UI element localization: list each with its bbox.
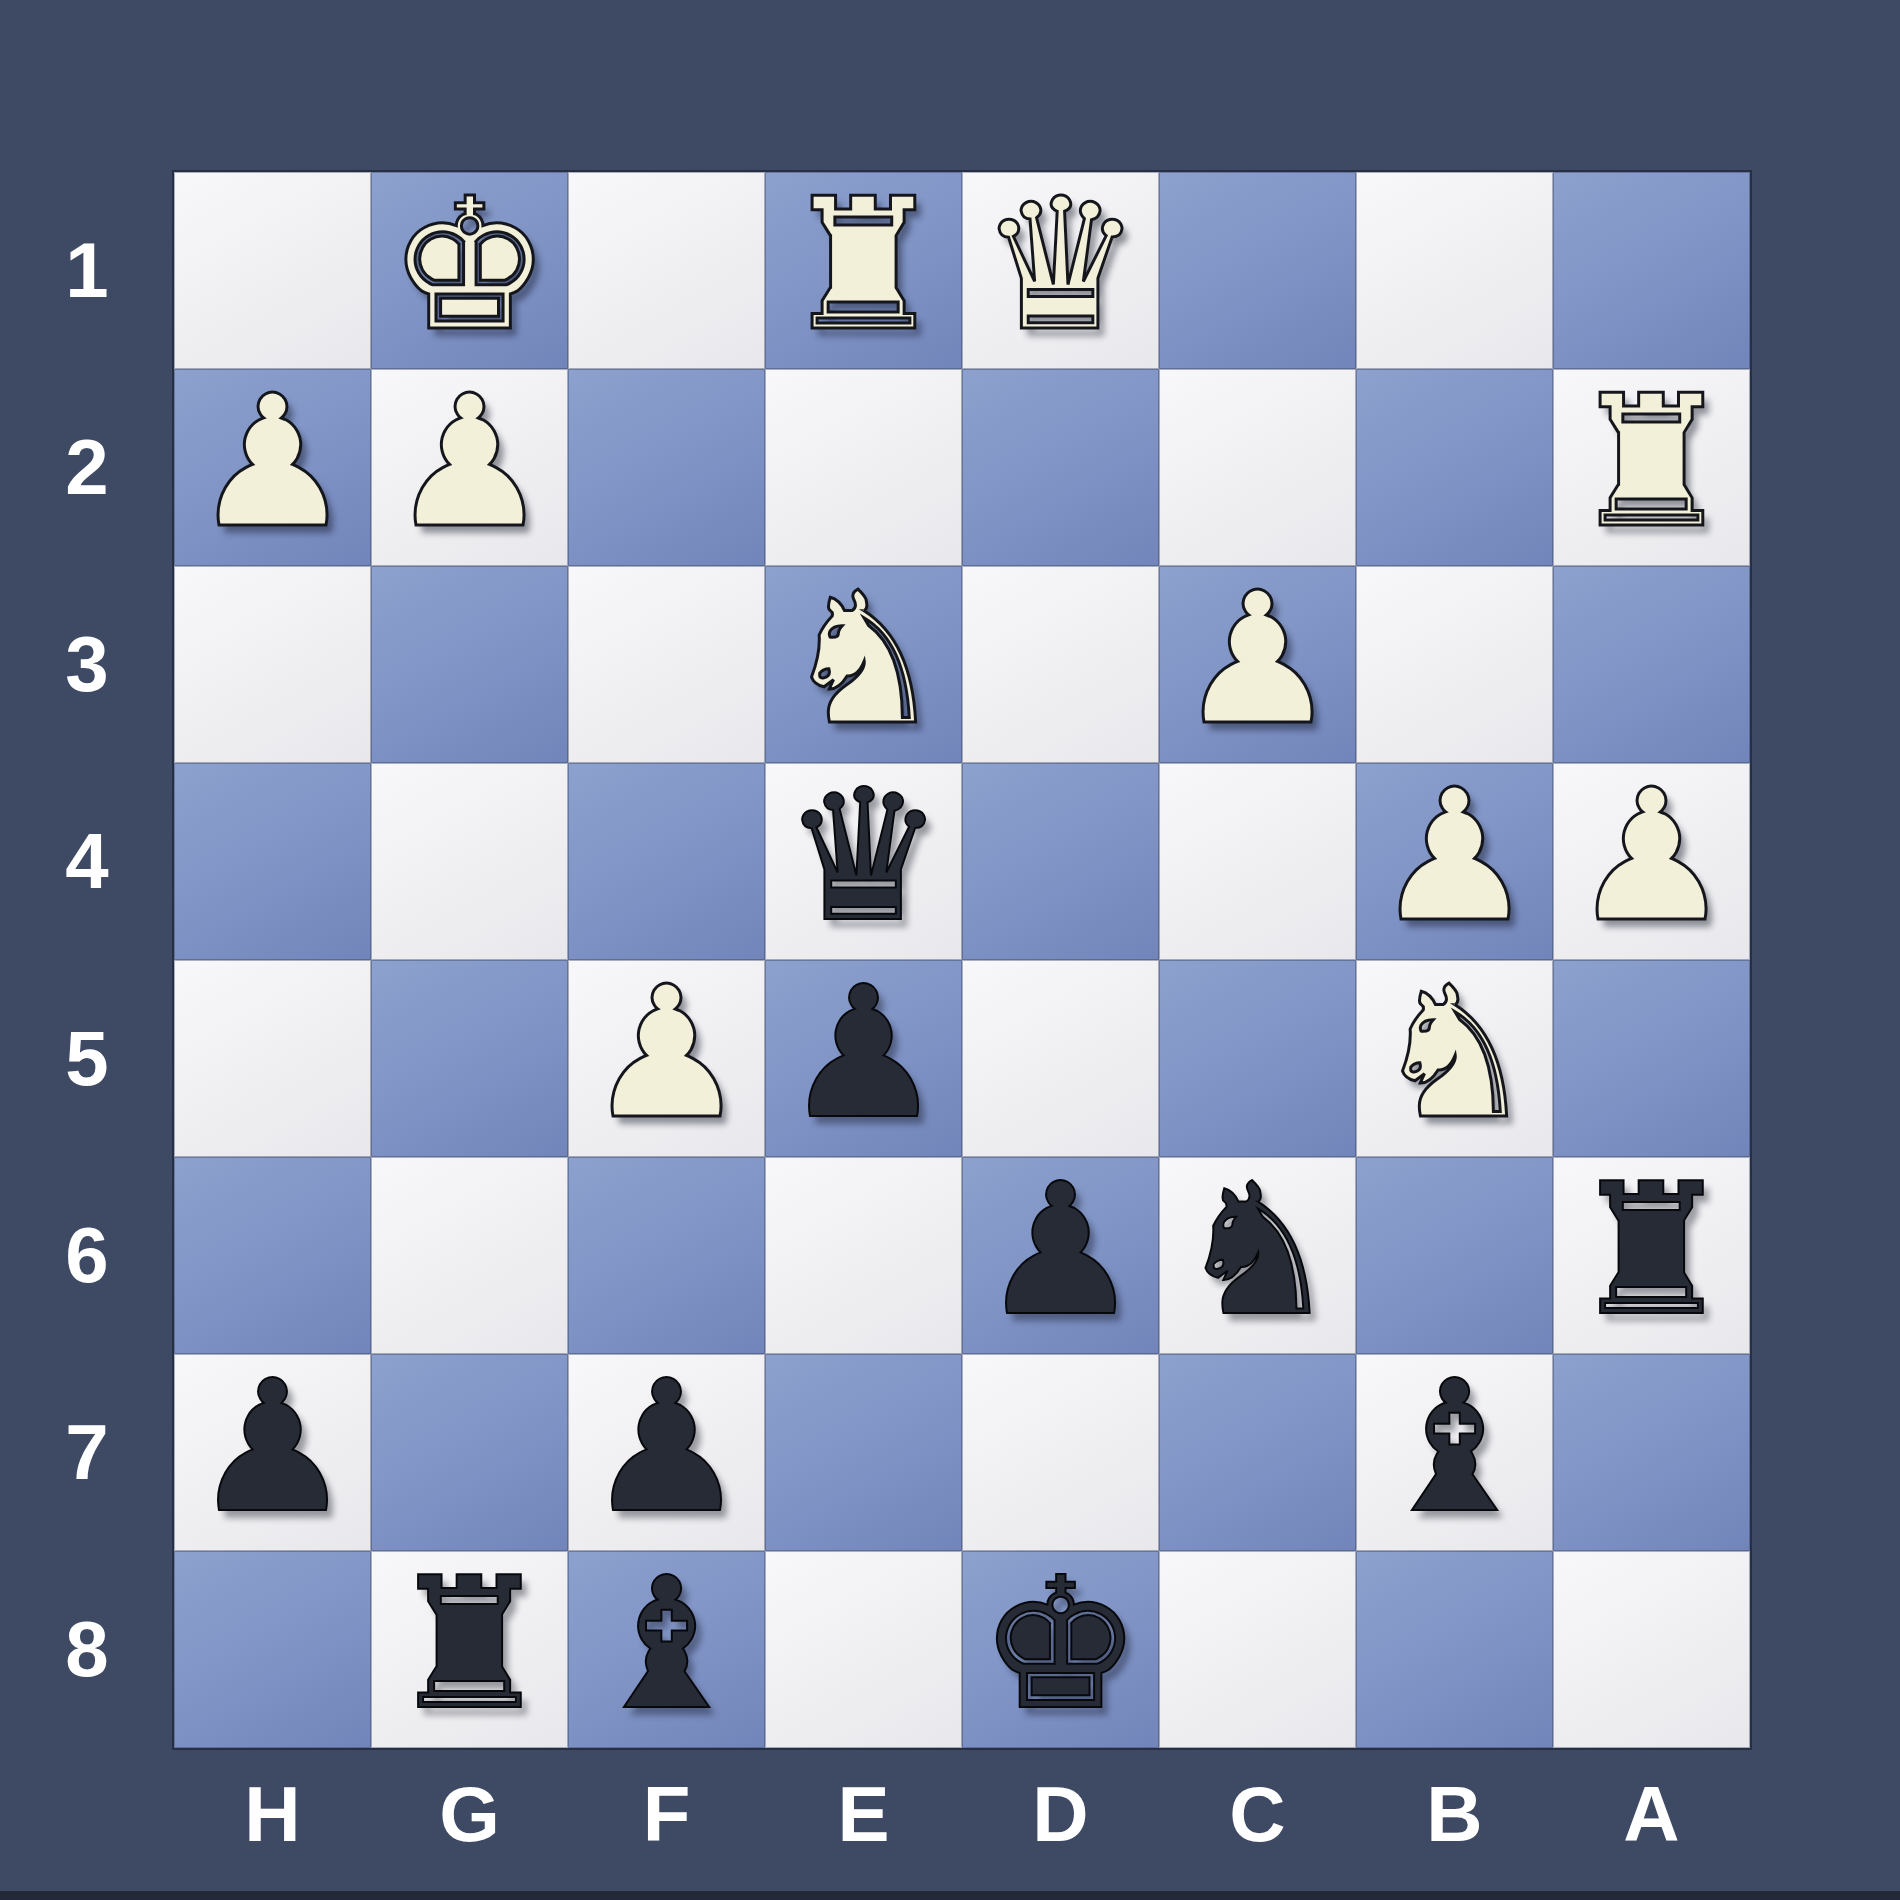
board-square-c5[interactable]	[1159, 960, 1356, 1157]
board-square-f2[interactable]	[568, 369, 765, 566]
file-label-f: F	[568, 1748, 765, 1880]
board-square-a5[interactable]	[1553, 960, 1750, 1157]
piece-white-pawn[interactable]: ♟	[388, 371, 551, 553]
board-square-b3[interactable]	[1356, 566, 1553, 763]
rank-label-6: 6	[0, 1157, 174, 1354]
board-square-a1[interactable]	[1553, 172, 1750, 369]
board-square-e3[interactable]: ♞	[765, 566, 962, 763]
board-square-h2[interactable]: ♟	[174, 369, 371, 566]
board-square-e6[interactable]	[765, 1157, 962, 1354]
file-label-g: G	[371, 1748, 568, 1880]
board-square-a2[interactable]: ♜	[1553, 369, 1750, 566]
rank-label-1: 1	[0, 172, 174, 369]
piece-white-pawn[interactable]: ♟	[1570, 765, 1733, 947]
piece-white-queen[interactable]: ♛	[979, 174, 1142, 356]
board-square-d7[interactable]	[962, 1354, 1159, 1551]
board-square-c2[interactable]	[1159, 369, 1356, 566]
board-square-b6[interactable]	[1356, 1157, 1553, 1354]
board-square-g7[interactable]	[371, 1354, 568, 1551]
piece-white-rook[interactable]: ♜	[1570, 371, 1733, 553]
rank-label-7: 7	[0, 1354, 174, 1551]
board-square-b5[interactable]: ♞	[1356, 960, 1553, 1157]
piece-white-pawn[interactable]: ♟	[585, 962, 748, 1144]
board-square-h7[interactable]: ♟	[174, 1354, 371, 1551]
file-label-h: H	[174, 1748, 371, 1880]
board-square-c8[interactable]	[1159, 1551, 1356, 1748]
piece-black-king[interactable]: ♚	[979, 1553, 1142, 1735]
piece-black-rook[interactable]: ♜	[1570, 1159, 1733, 1341]
piece-white-rook[interactable]: ♜	[782, 174, 945, 356]
rank-label-4: 4	[0, 763, 174, 960]
board-square-b8[interactable]	[1356, 1551, 1553, 1748]
board-square-h4[interactable]	[174, 763, 371, 960]
board-square-a8[interactable]	[1553, 1551, 1750, 1748]
piece-white-pawn[interactable]: ♟	[1373, 765, 1536, 947]
piece-black-bishop[interactable]: ♝	[1373, 1356, 1536, 1538]
board-square-c3[interactable]: ♟	[1159, 566, 1356, 763]
board-square-b1[interactable]	[1356, 172, 1553, 369]
board-square-d1[interactable]: ♛	[962, 172, 1159, 369]
board-square-g1[interactable]: ♚	[371, 172, 568, 369]
board-square-f8[interactable]: ♝	[568, 1551, 765, 1748]
board-square-b7[interactable]: ♝	[1356, 1354, 1553, 1551]
file-label-c: C	[1159, 1748, 1356, 1880]
bottom-edge-strip	[0, 1891, 1900, 1900]
piece-black-rook[interactable]: ♜	[388, 1553, 551, 1735]
board-square-e8[interactable]	[765, 1551, 962, 1748]
file-label-e: E	[765, 1748, 962, 1880]
board-square-c6[interactable]: ♞	[1159, 1157, 1356, 1354]
piece-black-bishop[interactable]: ♝	[585, 1553, 748, 1735]
chess-board[interactable]: ♚♜♛♟♟♜♞♟♛♟♟♟♟♞♟♞♜♟♟♝♜♝♚	[174, 172, 1750, 1748]
board-square-h3[interactable]	[174, 566, 371, 763]
board-square-f7[interactable]: ♟	[568, 1354, 765, 1551]
file-label-b: B	[1356, 1748, 1553, 1880]
board-square-h6[interactable]	[174, 1157, 371, 1354]
rank-labels: 12345678	[0, 172, 174, 1748]
piece-black-pawn[interactable]: ♟	[979, 1159, 1142, 1341]
board-square-a4[interactable]: ♟	[1553, 763, 1750, 960]
board-square-g4[interactable]	[371, 763, 568, 960]
board-square-h8[interactable]	[174, 1551, 371, 1748]
board-square-b2[interactable]	[1356, 369, 1553, 566]
board-square-h1[interactable]	[174, 172, 371, 369]
board-square-e7[interactable]	[765, 1354, 962, 1551]
board-square-e2[interactable]	[765, 369, 962, 566]
piece-black-knight[interactable]: ♞	[1176, 1159, 1339, 1341]
board-square-a6[interactable]: ♜	[1553, 1157, 1750, 1354]
board-square-g2[interactable]: ♟	[371, 369, 568, 566]
board-square-d4[interactable]	[962, 763, 1159, 960]
board-square-c7[interactable]	[1159, 1354, 1356, 1551]
piece-white-knight[interactable]: ♞	[782, 568, 945, 750]
board-square-e1[interactable]: ♜	[765, 172, 962, 369]
board-square-g8[interactable]: ♜	[371, 1551, 568, 1748]
board-square-g6[interactable]	[371, 1157, 568, 1354]
rank-label-8: 8	[0, 1551, 174, 1748]
rank-label-3: 3	[0, 566, 174, 763]
piece-white-pawn[interactable]: ♟	[1176, 568, 1339, 750]
board-square-f1[interactable]	[568, 172, 765, 369]
board-square-e5[interactable]: ♟	[765, 960, 962, 1157]
file-label-d: D	[962, 1748, 1159, 1880]
board-square-f3[interactable]	[568, 566, 765, 763]
board-square-d3[interactable]	[962, 566, 1159, 763]
rank-label-5: 5	[0, 960, 174, 1157]
board-square-g3[interactable]	[371, 566, 568, 763]
piece-white-king[interactable]: ♚	[388, 174, 551, 356]
piece-black-pawn[interactable]: ♟	[782, 962, 945, 1144]
board-square-h5[interactable]	[174, 960, 371, 1157]
board-square-d8[interactable]: ♚	[962, 1551, 1159, 1748]
rank-label-2: 2	[0, 369, 174, 566]
piece-white-knight[interactable]: ♞	[1373, 962, 1536, 1144]
board-square-a3[interactable]	[1553, 566, 1750, 763]
board-square-f4[interactable]	[568, 763, 765, 960]
piece-white-pawn[interactable]: ♟	[191, 371, 354, 553]
board-square-d2[interactable]	[962, 369, 1159, 566]
board-square-c1[interactable]	[1159, 172, 1356, 369]
board-square-g5[interactable]	[371, 960, 568, 1157]
board-square-d6[interactable]: ♟	[962, 1157, 1159, 1354]
board-square-f6[interactable]	[568, 1157, 765, 1354]
board-square-f5[interactable]: ♟	[568, 960, 765, 1157]
piece-black-pawn[interactable]: ♟	[585, 1356, 748, 1538]
file-label-a: A	[1553, 1748, 1750, 1880]
board-square-c4[interactable]	[1159, 763, 1356, 960]
board-square-a7[interactable]	[1553, 1354, 1750, 1551]
board-square-b4[interactable]: ♟	[1356, 763, 1553, 960]
board-square-d5[interactable]	[962, 960, 1159, 1157]
piece-black-pawn[interactable]: ♟	[191, 1356, 354, 1538]
piece-black-queen[interactable]: ♛	[782, 765, 945, 947]
file-labels: HGFEDCBA	[174, 1748, 1750, 1880]
board-square-e4[interactable]: ♛	[765, 763, 962, 960]
